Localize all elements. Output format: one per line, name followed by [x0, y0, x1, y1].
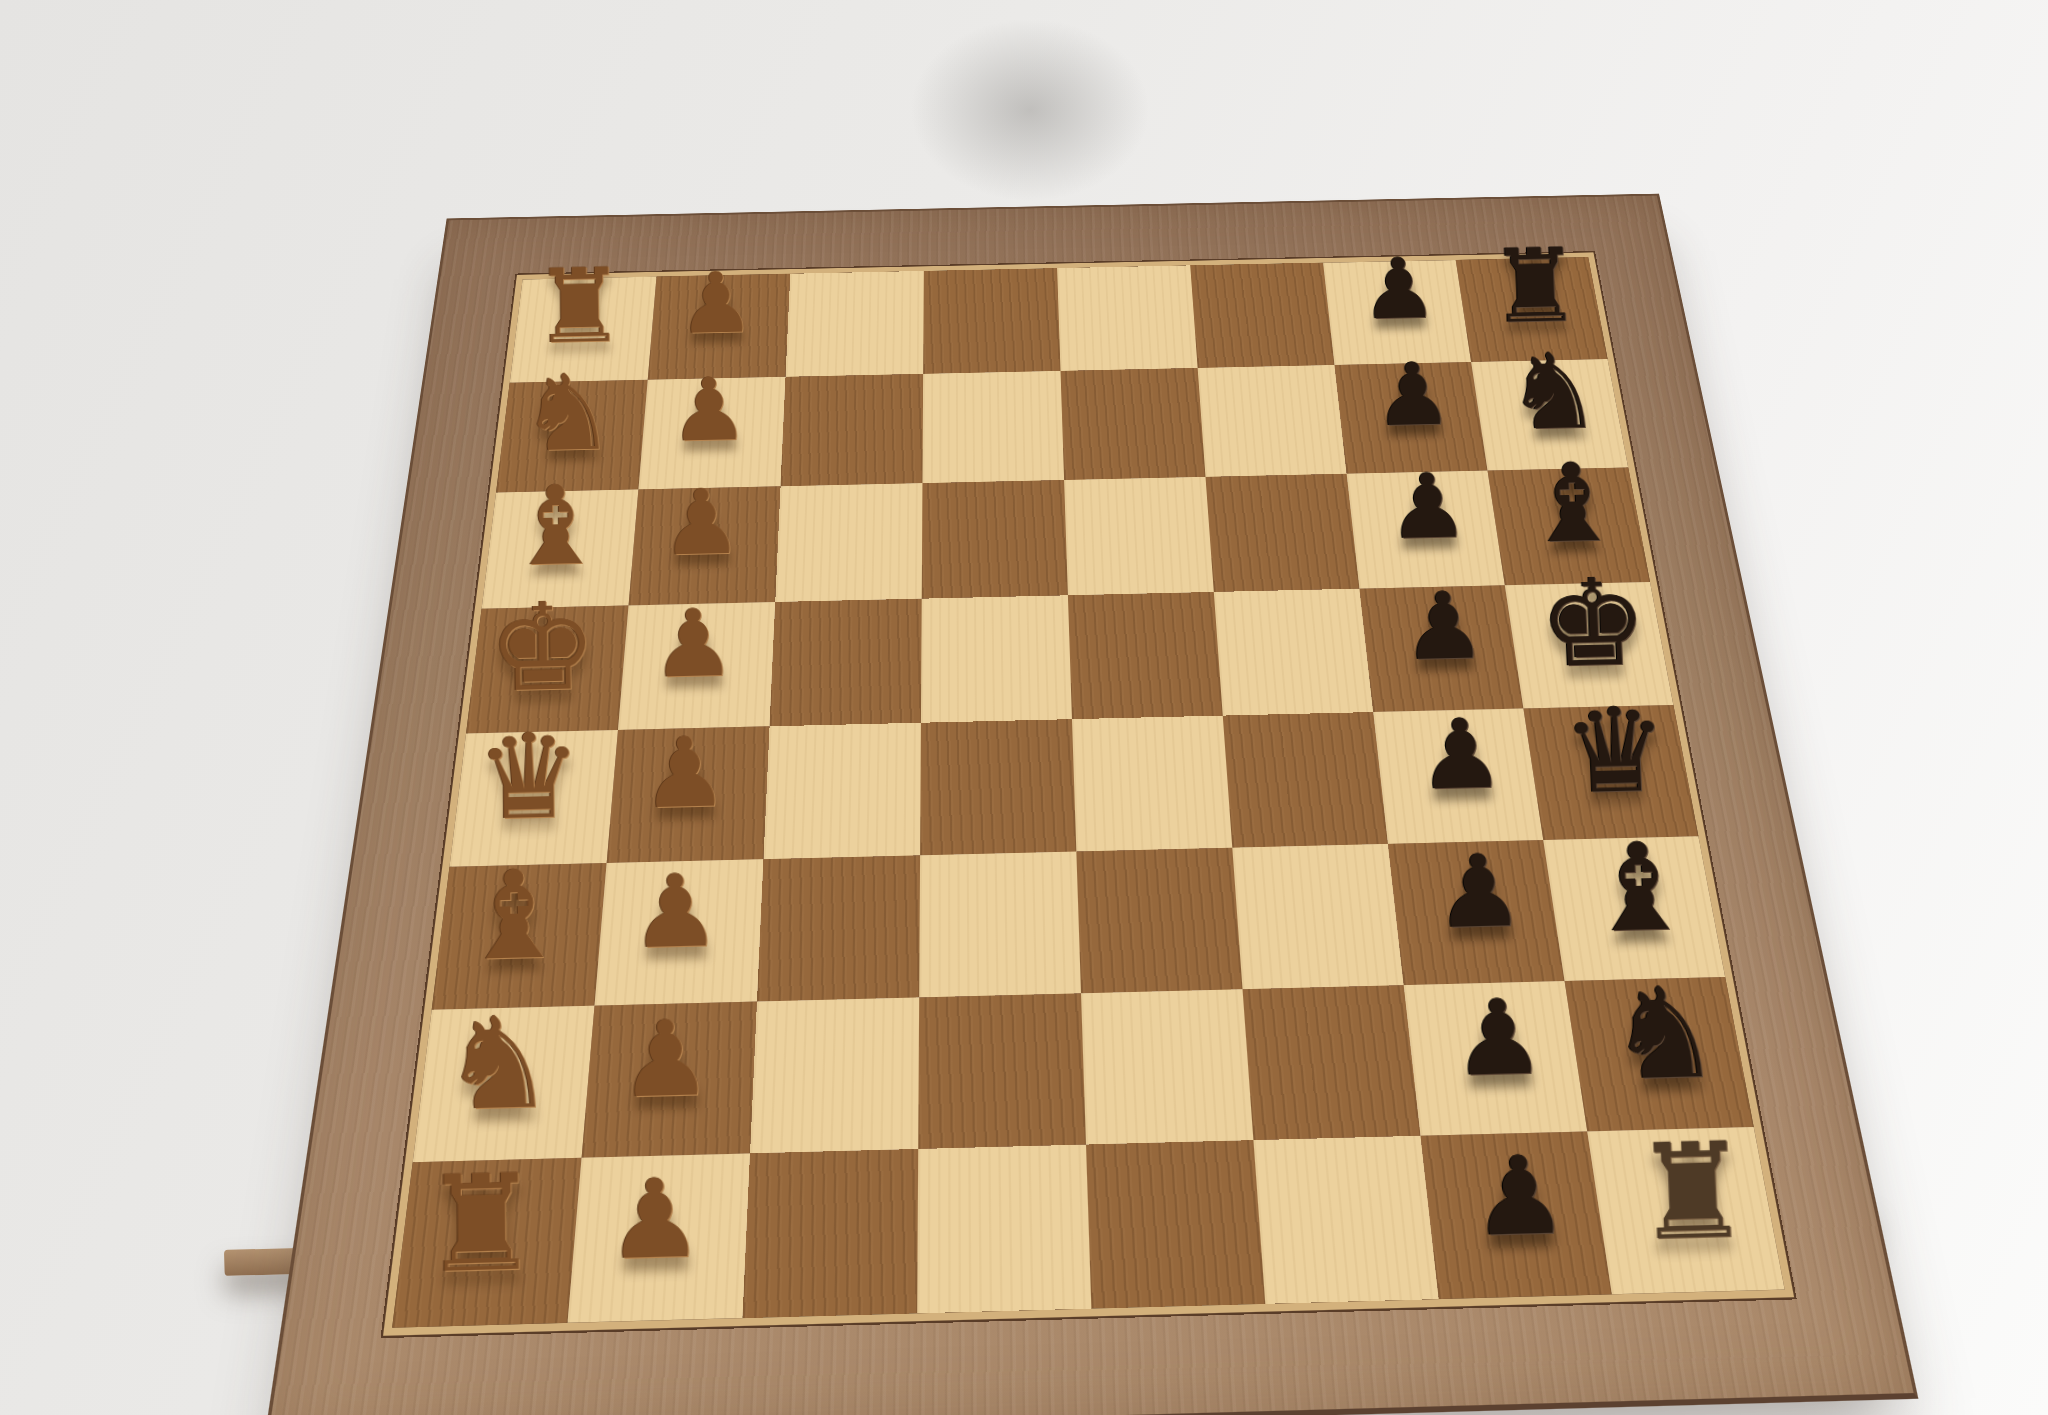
- square-d6: [1223, 712, 1388, 847]
- chess-board: ♜♟♟♜♞♟♟♞♝♟♟♝♚♟♟♚♛♟♟♛♝♟♟♝♞♟♟♞♜♟♟♜: [263, 193, 1918, 1415]
- square-h4: [923, 268, 1060, 373]
- square-a2: ♟: [568, 1153, 751, 1322]
- square-g6: [1198, 364, 1347, 476]
- black-knight-b8: ♞: [1578, 949, 1750, 1119]
- square-e6: [1214, 588, 1373, 715]
- white-knight-b1: ♞: [414, 978, 583, 1150]
- white-rook-a1: ♜: [394, 1134, 570, 1313]
- square-d4: [920, 719, 1076, 855]
- square-b6: [1242, 984, 1420, 1140]
- square-h6: [1190, 262, 1334, 367]
- white-bishop-c1: ♝: [433, 833, 596, 998]
- square-f5: [1064, 476, 1214, 595]
- black-pawn-d7: ♟: [1381, 676, 1541, 833]
- square-a6: [1253, 1136, 1438, 1304]
- square-e4: [921, 595, 1072, 722]
- square-e5: [1068, 592, 1223, 719]
- square-f6: [1205, 473, 1359, 592]
- square-b3: [750, 996, 919, 1153]
- square-f4: [922, 479, 1068, 598]
- board-fillet-border: ♜♟♟♜♞♟♟♞♝♟♟♝♚♟♟♚♛♟♟♛♝♟♟♝♞♟♟♞♜♟♟♜: [383, 252, 1794, 1335]
- white-pawn-b2: ♟: [581, 974, 751, 1145]
- square-g4: [922, 370, 1064, 482]
- square-a7: ♟: [1421, 1131, 1612, 1298]
- square-g3: [781, 373, 924, 485]
- black-pawn-a7: ♟: [1431, 1107, 1609, 1285]
- black-queen-d8: ♛: [1535, 672, 1695, 829]
- board-grid: ♜♟♟♜♞♟♟♞♝♟♟♝♚♟♟♚♛♟♟♛♝♟♟♝♞♟♟♞♜♟♟♜: [392, 257, 1784, 1328]
- white-pawn-a2: ♟: [567, 1130, 743, 1309]
- black-bishop-c8: ♝: [1556, 805, 1722, 968]
- square-a5: [1086, 1140, 1265, 1308]
- photo-scene: ♜♟♟♜♞♟♟♞♝♟♟♝♚♟♟♚♛♟♟♛♝♟♟♝♞♟♟♞♜♟♟♜: [0, 0, 2048, 1415]
- white-queen-d1: ♛: [450, 697, 608, 855]
- square-c3: [757, 855, 920, 1001]
- square-a1: ♜: [392, 1158, 581, 1328]
- white-pawn-d2: ♟: [606, 694, 764, 852]
- board-frame: ♜♟♟♜♞♟♟♞♝♟♟♝♚♟♟♚♛♟♟♛♝♟♟♝♞♟♟♞♜♟♟♜: [263, 193, 1918, 1415]
- square-f3: [775, 482, 922, 601]
- black-pawn-c7: ♟: [1397, 809, 1563, 973]
- square-d5: [1072, 715, 1232, 851]
- square-b5: [1081, 988, 1253, 1144]
- black-rook-a8: ♜: [1602, 1103, 1781, 1281]
- square-c6: [1232, 843, 1403, 988]
- square-b4: [918, 992, 1086, 1148]
- square-c5: [1076, 847, 1242, 992]
- square-e3: [770, 598, 922, 725]
- black-pawn-b7: ♟: [1413, 953, 1585, 1123]
- square-h3: [786, 270, 924, 376]
- white-pawn-c2: ♟: [594, 829, 758, 994]
- square-h5: [1057, 265, 1197, 370]
- square-a3: [743, 1149, 919, 1318]
- square-a4: [917, 1144, 1091, 1312]
- square-a8: ♜: [1587, 1127, 1784, 1294]
- square-d3: [764, 722, 921, 858]
- square-c4: [919, 851, 1081, 997]
- square-g5: [1060, 367, 1205, 479]
